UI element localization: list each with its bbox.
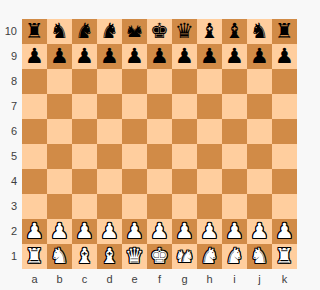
square-a3[interactable] — [22, 194, 47, 219]
square-d7[interactable] — [97, 94, 122, 119]
square-k8[interactable] — [272, 69, 297, 94]
piece-black-pawn: ♟ — [225, 44, 244, 69]
square-j8[interactable] — [247, 69, 272, 94]
piece-white-pawn: ♟ — [150, 219, 169, 244]
square-d8[interactable] — [97, 69, 122, 94]
square-b10[interactable]: ♞ — [47, 19, 72, 44]
square-b1[interactable]: ♞ — [47, 244, 72, 269]
square-i4[interactable] — [222, 169, 247, 194]
rank-label-4: 4 — [0, 169, 17, 194]
rank-label-6: 6 — [0, 119, 17, 144]
piece-white-wildebeest: ♞♞ — [175, 244, 195, 269]
piece-white-rook: ♜ — [25, 244, 44, 269]
piece-white-pawn: ♟ — [100, 219, 119, 244]
square-b5[interactable] — [47, 144, 72, 169]
piece-white-pawn: ♟ — [275, 219, 294, 244]
square-c3[interactable] — [72, 194, 97, 219]
square-d3[interactable] — [97, 194, 122, 219]
rank-label-10: 10 — [0, 19, 17, 44]
file-label-d: d — [97, 270, 122, 288]
square-e6[interactable] — [122, 119, 147, 144]
square-e10[interactable]: ♞♞ — [122, 19, 147, 44]
square-e8[interactable] — [122, 69, 147, 94]
square-i1[interactable]: ♞ — [222, 244, 247, 269]
square-d2[interactable]: ♟ — [97, 219, 122, 244]
square-j2[interactable]: ♟ — [247, 219, 272, 244]
square-f5[interactable] — [147, 144, 172, 169]
square-e9[interactable]: ♟ — [122, 44, 147, 69]
chess-board: ♜♞♞♞♞♞♚♛♝♝♞♜♟♟♟♟♟♟♟♟♟♟♟♟♟♟♟♟♟♟♟♟♟♟♜♞♝♝♛♚… — [22, 19, 297, 269]
piece-black-pawn: ♟ — [200, 44, 219, 69]
file-label-f: f — [147, 270, 172, 288]
piece-white-bishop: ♝ — [75, 244, 94, 269]
square-c6[interactable] — [72, 119, 97, 144]
piece-white-pawn: ♟ — [200, 219, 219, 244]
square-j1[interactable]: ♞ — [247, 244, 272, 269]
square-d6[interactable] — [97, 119, 122, 144]
piece-black-queen: ♛ — [175, 19, 194, 44]
piece-black-pawn: ♟ — [125, 44, 144, 69]
piece-black-pawn: ♟ — [275, 44, 294, 69]
square-g7[interactable] — [172, 94, 197, 119]
square-j5[interactable] — [247, 144, 272, 169]
piece-white-pawn: ♟ — [250, 219, 269, 244]
square-g1[interactable]: ♞♞ — [172, 244, 197, 269]
square-e5[interactable] — [122, 144, 147, 169]
square-i10[interactable]: ♝ — [222, 19, 247, 44]
square-b3[interactable] — [47, 194, 72, 219]
square-h9[interactable]: ♟ — [197, 44, 222, 69]
square-a2[interactable]: ♟ — [22, 219, 47, 244]
square-d10[interactable]: ♞ — [97, 19, 122, 44]
square-f4[interactable] — [147, 169, 172, 194]
wildebeest-chess-diagram: ♜♞♞♞♞♞♚♛♝♝♞♜♟♟♟♟♟♟♟♟♟♟♟♟♟♟♟♟♟♟♟♟♟♟♜♞♝♝♛♚… — [0, 0, 320, 290]
square-j3[interactable] — [247, 194, 272, 219]
square-e7[interactable] — [122, 94, 147, 119]
square-g8[interactable] — [172, 69, 197, 94]
file-label-a: a — [22, 270, 47, 288]
piece-black-wildebeest: ♞♞ — [125, 19, 145, 44]
square-b4[interactable] — [47, 169, 72, 194]
square-e3[interactable] — [122, 194, 147, 219]
square-a10[interactable]: ♜ — [22, 19, 47, 44]
piece-black-king: ♚ — [150, 19, 169, 44]
square-k9[interactable]: ♟ — [272, 44, 297, 69]
square-h5[interactable] — [197, 144, 222, 169]
square-e1[interactable]: ♛ — [122, 244, 147, 269]
square-c2[interactable]: ♟ — [72, 219, 97, 244]
square-k2[interactable]: ♟ — [272, 219, 297, 244]
square-a4[interactable] — [22, 169, 47, 194]
square-g5[interactable] — [172, 144, 197, 169]
square-b2[interactable]: ♟ — [47, 219, 72, 244]
piece-black-knight: ♞ — [250, 19, 269, 44]
file-label-c: c — [72, 270, 97, 288]
square-c1[interactable]: ♝ — [72, 244, 97, 269]
piece-white-bishop: ♝ — [100, 244, 119, 269]
square-i8[interactable] — [222, 69, 247, 94]
square-a9[interactable]: ♟ — [22, 44, 47, 69]
piece-black-pawn: ♟ — [50, 44, 69, 69]
square-i3[interactable] — [222, 194, 247, 219]
rank-label-1: 1 — [0, 244, 17, 269]
file-label-k: k — [272, 270, 297, 288]
file-label-g: g — [172, 270, 197, 288]
piece-white-knight: ♞ — [50, 244, 69, 269]
square-h2[interactable]: ♟ — [197, 219, 222, 244]
piece-black-rook: ♜ — [25, 19, 44, 44]
square-d5[interactable] — [97, 144, 122, 169]
rank-label-7: 7 — [0, 94, 17, 119]
rank-label-9: 9 — [0, 44, 17, 69]
square-g6[interactable] — [172, 119, 197, 144]
piece-black-pawn: ♟ — [150, 44, 169, 69]
piece-black-pawn: ♟ — [250, 44, 269, 69]
piece-white-queen: ♛ — [125, 244, 144, 269]
file-label-e: e — [122, 270, 147, 288]
piece-white-knight: ♞ — [250, 244, 269, 269]
square-j10[interactable]: ♞ — [247, 19, 272, 44]
piece-black-camel: ♞ — [75, 19, 94, 44]
square-a1[interactable]: ♜ — [22, 244, 47, 269]
square-i7[interactable] — [222, 94, 247, 119]
square-c4[interactable] — [72, 169, 97, 194]
square-h4[interactable] — [197, 169, 222, 194]
square-g9[interactable]: ♟ — [172, 44, 197, 69]
square-b6[interactable] — [47, 119, 72, 144]
piece-white-camel: ♞ — [225, 244, 244, 269]
rank-label-2: 2 — [0, 219, 17, 244]
square-a6[interactable] — [22, 119, 47, 144]
square-b9[interactable]: ♟ — [47, 44, 72, 69]
square-k7[interactable] — [272, 94, 297, 119]
rank-label-5: 5 — [0, 144, 17, 169]
square-c5[interactable] — [72, 144, 97, 169]
square-d4[interactable] — [97, 169, 122, 194]
piece-black-pawn: ♟ — [75, 44, 94, 69]
square-g10[interactable]: ♛ — [172, 19, 197, 44]
square-g3[interactable] — [172, 194, 197, 219]
square-g2[interactable]: ♟ — [172, 219, 197, 244]
square-k10[interactable]: ♜ — [272, 19, 297, 44]
square-f8[interactable] — [147, 69, 172, 94]
piece-white-rook: ♜ — [275, 244, 294, 269]
piece-white-pawn: ♟ — [75, 219, 94, 244]
square-j4[interactable] — [247, 169, 272, 194]
square-f6[interactable] — [147, 119, 172, 144]
square-k3[interactable] — [272, 194, 297, 219]
square-i5[interactable] — [222, 144, 247, 169]
file-label-h: h — [197, 270, 222, 288]
file-label-j: j — [247, 270, 272, 288]
square-k4[interactable] — [272, 169, 297, 194]
square-e2[interactable]: ♟ — [122, 219, 147, 244]
piece-black-knight: ♞ — [50, 19, 69, 44]
square-d1[interactable]: ♝ — [97, 244, 122, 269]
square-f9[interactable]: ♟ — [147, 44, 172, 69]
square-i6[interactable] — [222, 119, 247, 144]
square-c7[interactable] — [72, 94, 97, 119]
piece-black-pawn: ♟ — [175, 44, 194, 69]
piece-black-bishop: ♝ — [200, 19, 219, 44]
square-k5[interactable] — [272, 144, 297, 169]
square-a7[interactable] — [22, 94, 47, 119]
piece-white-camel: ♞ — [200, 244, 219, 269]
piece-black-pawn: ♟ — [100, 44, 119, 69]
square-g4[interactable] — [172, 169, 197, 194]
square-j6[interactable] — [247, 119, 272, 144]
square-e4[interactable] — [122, 169, 147, 194]
piece-black-camel: ♞ — [100, 19, 119, 44]
rank-label-8: 8 — [0, 69, 17, 94]
square-f2[interactable]: ♟ — [147, 219, 172, 244]
piece-white-pawn: ♟ — [175, 219, 194, 244]
square-a8[interactable] — [22, 69, 47, 94]
piece-white-pawn: ♟ — [50, 219, 69, 244]
piece-white-pawn: ♟ — [225, 219, 244, 244]
square-j9[interactable]: ♟ — [247, 44, 272, 69]
square-c9[interactable]: ♟ — [72, 44, 97, 69]
square-h1[interactable]: ♞ — [197, 244, 222, 269]
piece-black-pawn: ♟ — [25, 44, 44, 69]
piece-black-bishop: ♝ — [225, 19, 244, 44]
square-i2[interactable]: ♟ — [222, 219, 247, 244]
square-k1[interactable]: ♜ — [272, 244, 297, 269]
square-f3[interactable] — [147, 194, 172, 219]
piece-white-king: ♚ — [150, 244, 169, 269]
square-h10[interactable]: ♝ — [197, 19, 222, 44]
square-i9[interactable]: ♟ — [222, 44, 247, 69]
square-c8[interactable] — [72, 69, 97, 94]
piece-white-pawn: ♟ — [125, 219, 144, 244]
square-k6[interactable] — [272, 119, 297, 144]
piece-white-pawn: ♟ — [25, 219, 44, 244]
square-j7[interactable] — [247, 94, 272, 119]
file-label-b: b — [47, 270, 72, 288]
square-h6[interactable] — [197, 119, 222, 144]
square-d9[interactable]: ♟ — [97, 44, 122, 69]
square-h3[interactable] — [197, 194, 222, 219]
square-b7[interactable] — [47, 94, 72, 119]
square-b8[interactable] — [47, 69, 72, 94]
square-h8[interactable] — [197, 69, 222, 94]
square-a5[interactable] — [22, 144, 47, 169]
square-f7[interactable] — [147, 94, 172, 119]
square-f1[interactable]: ♚ — [147, 244, 172, 269]
square-c10[interactable]: ♞ — [72, 19, 97, 44]
square-h7[interactable] — [197, 94, 222, 119]
piece-black-rook: ♜ — [275, 19, 294, 44]
rank-label-3: 3 — [0, 194, 17, 219]
file-label-i: i — [222, 270, 247, 288]
square-f10[interactable]: ♚ — [147, 19, 172, 44]
